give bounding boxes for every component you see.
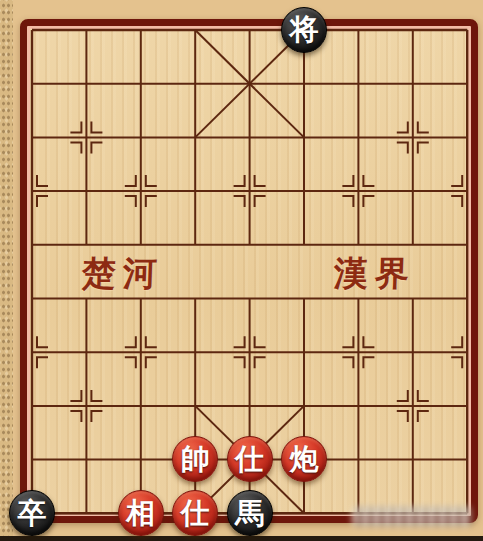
black-horse-piece[interactable]: 馬 <box>227 490 273 536</box>
red-advisor-piece[interactable]: 仕 <box>227 436 273 482</box>
piece-character: 炮 <box>289 445 318 474</box>
piece-character: 仕 <box>181 499 210 528</box>
piece-character: 将 <box>289 15 318 44</box>
piece-layer: 将帥仕炮卒相仕馬 <box>5 3 483 540</box>
piece-character: 馬 <box>235 499 264 528</box>
piece-character: 仕 <box>235 445 264 474</box>
red-advisor-piece[interactable]: 仕 <box>172 490 218 536</box>
red-cannon-piece[interactable]: 炮 <box>281 436 327 482</box>
piece-character: 相 <box>126 499 155 528</box>
watermark-blur <box>352 506 472 527</box>
xiangqi-screenshot: 楚河 漢界 将帥仕炮卒相仕馬 <box>0 0 483 541</box>
black-soldier-piece[interactable]: 卒 <box>9 490 55 536</box>
black-general-piece[interactable]: 将 <box>281 7 327 53</box>
piece-character: 帥 <box>181 445 210 474</box>
piece-character: 卒 <box>17 499 46 528</box>
red-elephant-piece[interactable]: 相 <box>118 490 164 536</box>
red-general-piece[interactable]: 帥 <box>172 436 218 482</box>
